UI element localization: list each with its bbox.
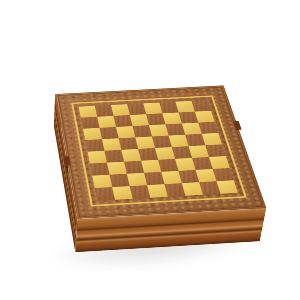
square-e4: [155, 147, 175, 160]
square-h5: [202, 133, 222, 145]
chess-box-lid: [55, 85, 266, 219]
chess-box: [55, 85, 266, 219]
square-e2: [161, 171, 182, 184]
square-d3: [141, 160, 161, 173]
square-g1: [199, 181, 220, 195]
square-g2: [196, 169, 217, 182]
square-a2: [92, 175, 112, 188]
square-c2: [127, 173, 147, 186]
square-g3: [192, 157, 213, 170]
square-h7: [195, 111, 215, 123]
square-a3: [90, 163, 110, 176]
square-c1: [130, 185, 151, 199]
square-b3: [107, 162, 127, 175]
square-h4: [205, 144, 226, 157]
square-d2: [144, 172, 164, 185]
square-d1: [147, 184, 168, 198]
square-f1: [182, 182, 203, 196]
square-b4: [104, 150, 124, 163]
square-c3: [124, 161, 144, 174]
square-h2: [213, 168, 234, 181]
square-e3: [158, 159, 178, 172]
square-e1: [164, 183, 185, 197]
square-f2: [178, 170, 199, 183]
square-b1: [112, 186, 132, 200]
square-f4: [172, 146, 192, 159]
square-f3: [175, 158, 195, 171]
square-b2: [110, 174, 130, 187]
square-a1: [95, 187, 115, 201]
square-a4: [88, 151, 107, 164]
square-h1: [217, 180, 238, 194]
square-d4: [138, 148, 158, 161]
product-photo: [0, 0, 300, 300]
square-h6: [198, 122, 218, 134]
square-c4: [121, 149, 141, 162]
square-h3: [209, 156, 230, 169]
